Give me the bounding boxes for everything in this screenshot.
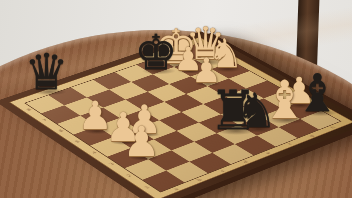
piece-black-king-f8[interactable]: ♚ [134,28,177,76]
piece-white-pawn-a3[interactable]: ♟ [123,121,161,163]
piece-black-queen-b8[interactable]: ♛ [24,48,69,98]
piece-layer: ♛♚♚♟♛♞♟♟♟♟♟♜♞♝♟♝ [0,0,352,198]
piece-black-rook-e2[interactable]: ♜ [209,83,258,137]
